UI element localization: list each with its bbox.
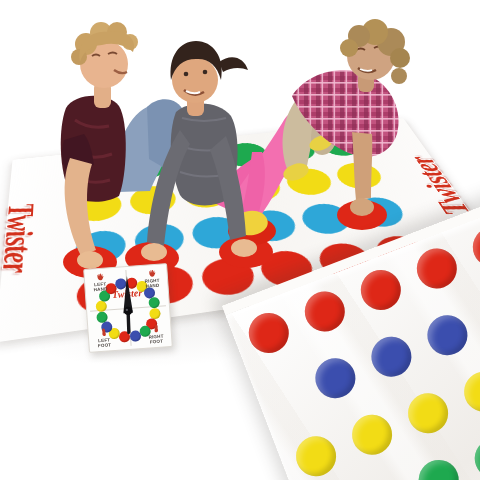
dot-yellow — [458, 366, 480, 418]
dot-red — [411, 243, 463, 295]
dot-green — [469, 433, 480, 480]
dot-blue_bright — [189, 214, 244, 251]
spinner-needle — [86, 266, 171, 351]
twister-spinner: Twister LEFT HAND RIGHT HAND LEFT FOOT R… — [83, 263, 173, 353]
dot-green — [124, 151, 170, 180]
dot-yellow — [181, 178, 232, 210]
dot-blue — [366, 331, 418, 383]
dot-green — [74, 157, 119, 187]
mat-logo-left: Twister — [0, 201, 43, 276]
dot-blue_bright — [244, 208, 301, 244]
dot-yellow — [232, 172, 285, 203]
dot-red — [299, 286, 351, 338]
dot-yellow — [283, 167, 337, 198]
mat-logo-right: Twister — [401, 155, 479, 217]
dot-blue_bright — [133, 221, 186, 259]
product-photo: Twister Twister — [0, 0, 480, 480]
dot-blue_bright — [297, 201, 355, 236]
dot-red — [243, 307, 295, 359]
dot-green — [413, 454, 465, 480]
dot-red — [355, 264, 407, 316]
dot-yellow — [128, 184, 178, 217]
dot-green — [316, 131, 367, 158]
dot-green — [174, 146, 222, 174]
dot-blue_bright — [350, 195, 410, 229]
dot-yellow — [75, 190, 123, 224]
dot-yellow — [402, 387, 454, 439]
dot-red — [467, 221, 480, 273]
dot-blue — [422, 309, 474, 361]
dot-red — [198, 256, 258, 299]
dot-yellow — [290, 430, 342, 480]
dot-yellow — [332, 161, 387, 191]
dot-green — [222, 141, 271, 169]
dot-blue_bright — [76, 228, 128, 267]
dot-green — [357, 476, 409, 480]
dot-green — [270, 136, 320, 163]
dot-yellow — [346, 409, 398, 461]
dot-blue — [310, 352, 362, 404]
